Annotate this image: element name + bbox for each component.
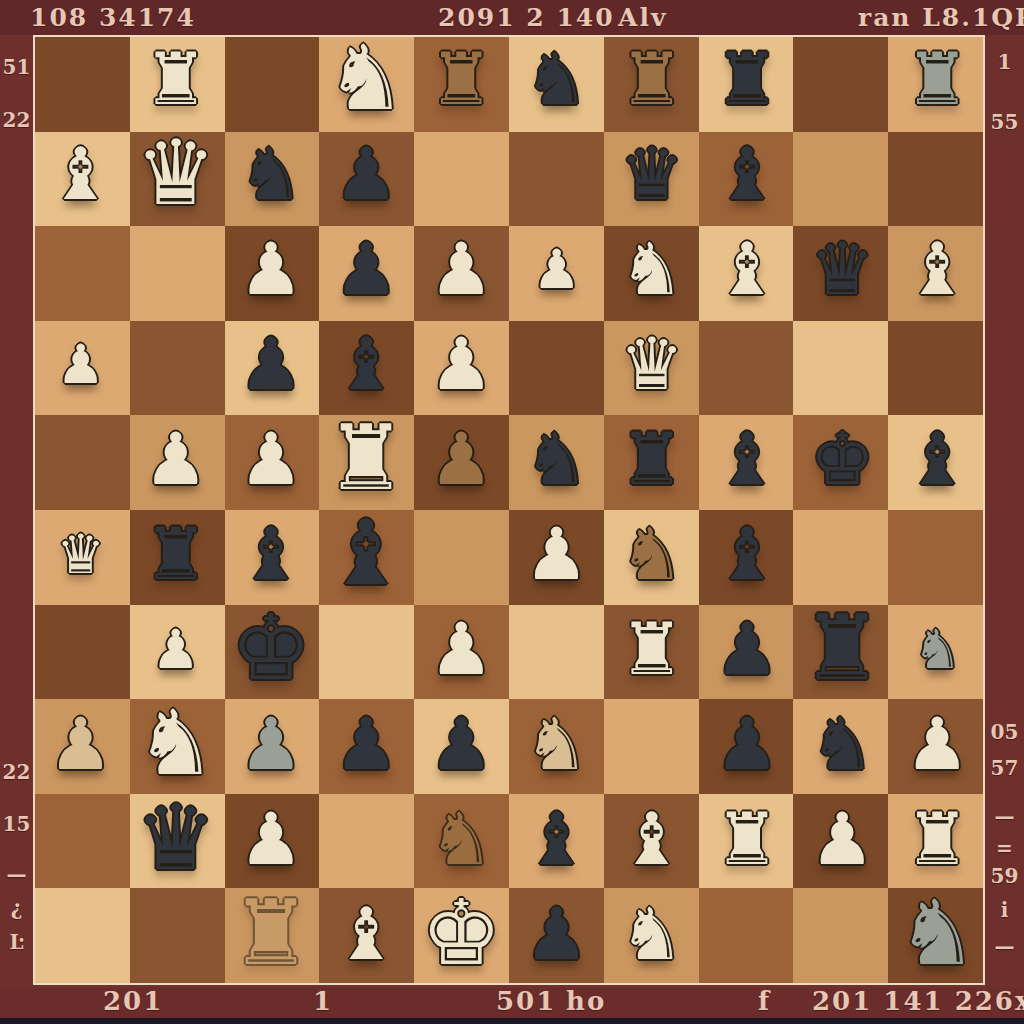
piece-tan-knight[interactable]: ♞ [524, 707, 589, 779]
piece-white-queen[interactable]: ♛ [620, 327, 685, 399]
piece-gray-knight[interactable]: ♞ [913, 622, 961, 676]
piece-white-pawn[interactable]: ♟ [152, 622, 200, 676]
piece-white-bishop[interactable]: ♝ [48, 137, 113, 209]
piece-black-knight[interactable]: ♞ [524, 42, 589, 114]
piece-black-rook[interactable]: ♜ [144, 517, 209, 589]
left-rail-label-4: — [0, 862, 33, 886]
left-rail-label-0: 51 [0, 55, 33, 79]
left-rail-label-1: 22 [0, 108, 33, 132]
piece-white-pawn[interactable]: ♟ [429, 327, 494, 399]
left-rail-label-6: Ŀ [0, 930, 33, 954]
right-rail-label-3: 57 [985, 756, 1024, 780]
right-rail-label-5: = [985, 836, 1024, 860]
piece-gray-knight[interactable]: ♞ [897, 887, 978, 977]
piece-gray-rook[interactable]: ♜ [905, 42, 970, 114]
piece-white-pawn[interactable]: ♟ [239, 422, 304, 494]
piece-black-bishop[interactable]: ♝ [334, 327, 399, 399]
piece-black-pawn[interactable]: ♟ [334, 707, 399, 779]
piece-white-rook[interactable]: ♜ [620, 612, 685, 684]
piece-black-pawn[interactable]: ♟ [334, 137, 399, 209]
top-rail-label-3: ran L8.1QR [858, 3, 1024, 32]
piece-white-pawn[interactable]: ♟ [524, 517, 589, 589]
left-rail-label-5: ¿ [0, 896, 33, 920]
piece-white-pawn[interactable]: ♟ [905, 707, 970, 779]
piece-white-bishop[interactable]: ♝ [620, 802, 685, 874]
piece-white-queen[interactable]: ♛ [135, 127, 216, 217]
right-rail-label-4: — [985, 804, 1024, 828]
piece-white-bishop[interactable]: ♝ [715, 232, 780, 304]
piece-black-queen[interactable]: ♛ [135, 792, 216, 882]
top-rail-label-2: Alv [618, 3, 667, 32]
piece-black-bishop[interactable]: ♝ [905, 422, 970, 494]
piece-white-rook[interactable]: ♜ [144, 42, 209, 114]
piece-black-bishop[interactable]: ♝ [715, 422, 780, 494]
piece-white-pawn[interactable]: ♟ [810, 802, 875, 874]
bottom-dark-band [0, 1018, 1024, 1024]
bottom-rail-label-3: ho [566, 986, 606, 1016]
piece-white-pawn[interactable]: ♟ [532, 242, 580, 296]
piece-black-pawn[interactable]: ♟ [429, 707, 494, 779]
right-frame-rail: 1550557—=59i— [985, 35, 1024, 988]
piece-black-king[interactable]: ♚ [810, 422, 875, 494]
piece-black-bishop[interactable]: ♝ [326, 507, 407, 597]
right-rail-label-1: 55 [985, 110, 1024, 134]
right-rail-label-0: 1 [985, 50, 1024, 74]
bottom-rail-label-1: 1 [313, 986, 333, 1016]
piece-black-rook[interactable]: ♜ [802, 602, 883, 692]
piece-white-bishop[interactable]: ♝ [334, 897, 399, 969]
piece-brown-rook[interactable]: ♜ [429, 42, 494, 114]
piece-white-knight[interactable]: ♞ [135, 697, 216, 787]
piece-white-knight[interactable]: ♞ [326, 32, 407, 122]
piece-black-pawn[interactable]: ♟ [239, 327, 304, 399]
bottom-frame-rail: 2011501hof201 141 226x [0, 988, 1024, 1018]
left-frame-rail: 51222215—¿Ŀ [0, 35, 33, 988]
left-rail-label-2: 22 [0, 760, 33, 784]
piece-gray-pawn[interactable]: ♟ [239, 707, 304, 779]
pieces-layer: ♜♞♜♞♜♜♜♝♛♞♟♛♝♟♟♟♟♞♝♛♝♟♟♝♟♛♟♟♜♟♞♜♝♚♝♛♜♝♝♟… [33, 35, 985, 985]
piece-black-bishop[interactable]: ♝ [239, 517, 304, 589]
top-rail-label-0: 108 34174 [30, 3, 196, 32]
piece-black-rook[interactable]: ♜ [620, 422, 685, 494]
piece-ghost-rook[interactable]: ♜ [231, 887, 312, 977]
chess-illustration: 108 341742091 2 140Alvran L8.1QR 5122221… [0, 0, 1024, 1024]
piece-white-knight[interactable]: ♞ [620, 897, 685, 969]
top-rail-label-1: 2091 2 140 [438, 3, 615, 32]
right-rail-label-6: 59 [985, 864, 1024, 888]
top-frame-rail: 108 341742091 2 140Alvran L8.1QR [0, 0, 1024, 35]
piece-white-pawn[interactable]: ♟ [144, 422, 209, 494]
piece-black-queen[interactable]: ♛ [810, 232, 875, 304]
piece-black-bishop[interactable]: ♝ [524, 802, 589, 874]
piece-white-pawn[interactable]: ♟ [239, 802, 304, 874]
piece-brown-knight[interactable]: ♞ [429, 802, 494, 874]
bottom-rail-label-0: 201 [103, 986, 163, 1016]
piece-white-king[interactable]: ♚ [421, 887, 502, 977]
piece-black-bishop[interactable]: ♝ [715, 517, 780, 589]
piece-black-bishop[interactable]: ♝ [715, 137, 780, 209]
bottom-rail-label-4: f [758, 986, 771, 1016]
piece-white-pawn[interactable]: ♟ [429, 612, 494, 684]
right-rail-label-7: i [985, 898, 1024, 922]
piece-black-pawn[interactable]: ♟ [334, 232, 399, 304]
piece-white-bishop[interactable]: ♝ [905, 232, 970, 304]
bottom-rail-label-2: 501 [496, 986, 556, 1016]
piece-brown-knight[interactable]: ♞ [620, 517, 685, 589]
piece-black-knight[interactable]: ♞ [524, 422, 589, 494]
bottom-rail-label-5: 201 141 226x [812, 986, 1024, 1016]
piece-white-pawn[interactable]: ♟ [429, 232, 494, 304]
piece-white-knight[interactable]: ♞ [620, 232, 685, 304]
left-rail-label-3: 15 [0, 812, 33, 836]
piece-white-rook[interactable]: ♜ [715, 802, 780, 874]
piece-black-pawn[interactable]: ♟ [524, 897, 589, 969]
piece-black-rook[interactable]: ♜ [715, 42, 780, 114]
piece-black-knight[interactable]: ♞ [810, 707, 875, 779]
piece-brown-pawn[interactable]: ♟ [429, 422, 494, 494]
piece-white-pawn[interactable]: ♟ [56, 337, 104, 391]
piece-black-knight[interactable]: ♞ [239, 137, 304, 209]
piece-black-pawn[interactable]: ♟ [715, 612, 780, 684]
piece-black-queen[interactable]: ♛ [620, 137, 685, 209]
right-rail-label-2: 05 [985, 720, 1024, 744]
piece-white-rook[interactable]: ♜ [326, 412, 407, 502]
piece-brown-rook[interactable]: ♜ [620, 42, 685, 114]
piece-black-king[interactable]: ♚ [231, 602, 312, 692]
right-rail-label-8: — [985, 934, 1024, 958]
piece-white-rook[interactable]: ♜ [905, 802, 970, 874]
piece-black-pawn[interactable]: ♟ [715, 707, 780, 779]
piece-white-pawn[interactable]: ♟ [239, 232, 304, 304]
piece-white-queen[interactable]: ♛ [56, 527, 104, 581]
piece-tan-pawn[interactable]: ♟ [48, 707, 113, 779]
